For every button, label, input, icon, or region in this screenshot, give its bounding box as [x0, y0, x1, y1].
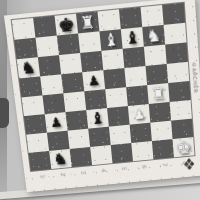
edge-coordinate-label: 1 — [35, 166, 49, 187]
black-bishop-f7[interactable]: ♝ — [124, 27, 140, 48]
square-f3[interactable]: ♟ — [128, 104, 150, 125]
edge-coordinate-label: 2 — [55, 164, 69, 185]
square-b5[interactable] — [40, 74, 63, 95]
black-bishop-d3[interactable]: ♝ — [90, 108, 106, 128]
square-f2[interactable] — [130, 123, 152, 143]
square-f6[interactable] — [123, 47, 146, 68]
square-e6[interactable] — [101, 49, 124, 70]
square-e8[interactable] — [97, 9, 120, 31]
square-e2[interactable] — [109, 125, 131, 145]
square-c6[interactable] — [59, 53, 82, 74]
square-d5[interactable]: ♟ — [82, 70, 105, 91]
brand-logo-icon: ❖ — [179, 150, 198, 178]
square-b7[interactable] — [35, 36, 58, 58]
square-d8[interactable]: ♜ — [76, 11, 99, 33]
chess-board: ♚♜♝♝♞♞♟♜♟♝♟♞♚ 12345678 ©ARCHER ❖ — [4, 0, 200, 192]
square-h8[interactable] — [162, 3, 185, 25]
square-b8[interactable] — [33, 16, 57, 38]
square-e3[interactable] — [107, 106, 130, 127]
square-h3[interactable] — [170, 100, 192, 121]
square-b4[interactable] — [42, 93, 65, 114]
square-h7[interactable] — [164, 23, 187, 45]
white-bishop-e7[interactable]: ♝ — [103, 30, 119, 51]
square-a4[interactable] — [22, 95, 45, 116]
edge-coordinate-label: 4 — [96, 160, 110, 181]
square-g4[interactable]: ♜ — [147, 83, 169, 104]
square-d3[interactable]: ♝ — [86, 108, 109, 129]
black-knight-a6[interactable]: ♞ — [20, 58, 37, 79]
square-c4[interactable] — [63, 91, 86, 112]
black-pawn-d5[interactable]: ♟ — [87, 71, 101, 91]
white-knight-g7[interactable]: ♞ — [146, 25, 162, 46]
square-f7[interactable]: ♝ — [121, 27, 144, 49]
chessboard-photo: ♚♜♝♝♞♞♟♜♟♝♟♞♚ 12345678 ©ARCHER ❖ — [0, 0, 200, 200]
square-c7[interactable] — [57, 33, 80, 55]
white-pawn-f3[interactable]: ♟ — [133, 104, 146, 124]
square-c2[interactable] — [68, 129, 91, 149]
square-b6[interactable] — [38, 55, 61, 76]
square-a5[interactable] — [19, 76, 42, 97]
board-grid[interactable]: ♚♜♝♝♞♞♟♜♟♝♟♞♚ — [12, 3, 195, 171]
square-e4[interactable] — [105, 87, 128, 108]
square-c8[interactable]: ♚ — [55, 14, 79, 36]
square-e5[interactable] — [103, 68, 126, 89]
square-a7[interactable] — [14, 38, 38, 60]
white-rook-d8[interactable]: ♜ — [79, 12, 96, 33]
square-a2[interactable] — [26, 133, 49, 153]
square-f4[interactable] — [126, 85, 149, 106]
square-f8[interactable] — [119, 7, 142, 29]
square-a6[interactable]: ♞ — [17, 57, 40, 78]
square-h6[interactable] — [165, 42, 188, 64]
square-c3[interactable] — [65, 110, 88, 131]
square-e7[interactable]: ♝ — [99, 29, 122, 51]
square-g3[interactable] — [149, 102, 171, 123]
square-d4[interactable] — [84, 89, 107, 110]
square-g7[interactable]: ♞ — [142, 25, 165, 47]
black-king-c8[interactable]: ♚ — [57, 14, 76, 35]
square-a3[interactable] — [24, 114, 47, 135]
photo-left-dark-blob — [0, 98, 9, 128]
edge-coordinate-label: 5 — [117, 158, 131, 179]
square-g5[interactable] — [146, 64, 169, 85]
black-pawn-b3[interactable]: ♟ — [49, 113, 63, 133]
square-g8[interactable] — [141, 5, 164, 27]
square-g2[interactable] — [150, 121, 172, 141]
square-a8[interactable] — [12, 18, 36, 40]
square-b3[interactable]: ♟ — [45, 112, 68, 133]
edge-coordinate-label: 3 — [76, 162, 90, 183]
edge-coordinate-label: 6 — [137, 156, 150, 177]
square-d7[interactable] — [78, 31, 101, 53]
edge-coordinate-label: 7 — [158, 154, 171, 175]
square-h4[interactable] — [168, 81, 190, 102]
square-h5[interactable] — [167, 62, 190, 83]
square-g6[interactable] — [144, 45, 167, 66]
square-b2[interactable] — [47, 131, 70, 151]
white-rook-g4[interactable]: ♜ — [150, 83, 166, 103]
square-d6[interactable] — [80, 51, 103, 72]
square-f5[interactable] — [124, 66, 147, 87]
square-c5[interactable] — [61, 72, 84, 93]
square-d2[interactable] — [88, 127, 111, 147]
